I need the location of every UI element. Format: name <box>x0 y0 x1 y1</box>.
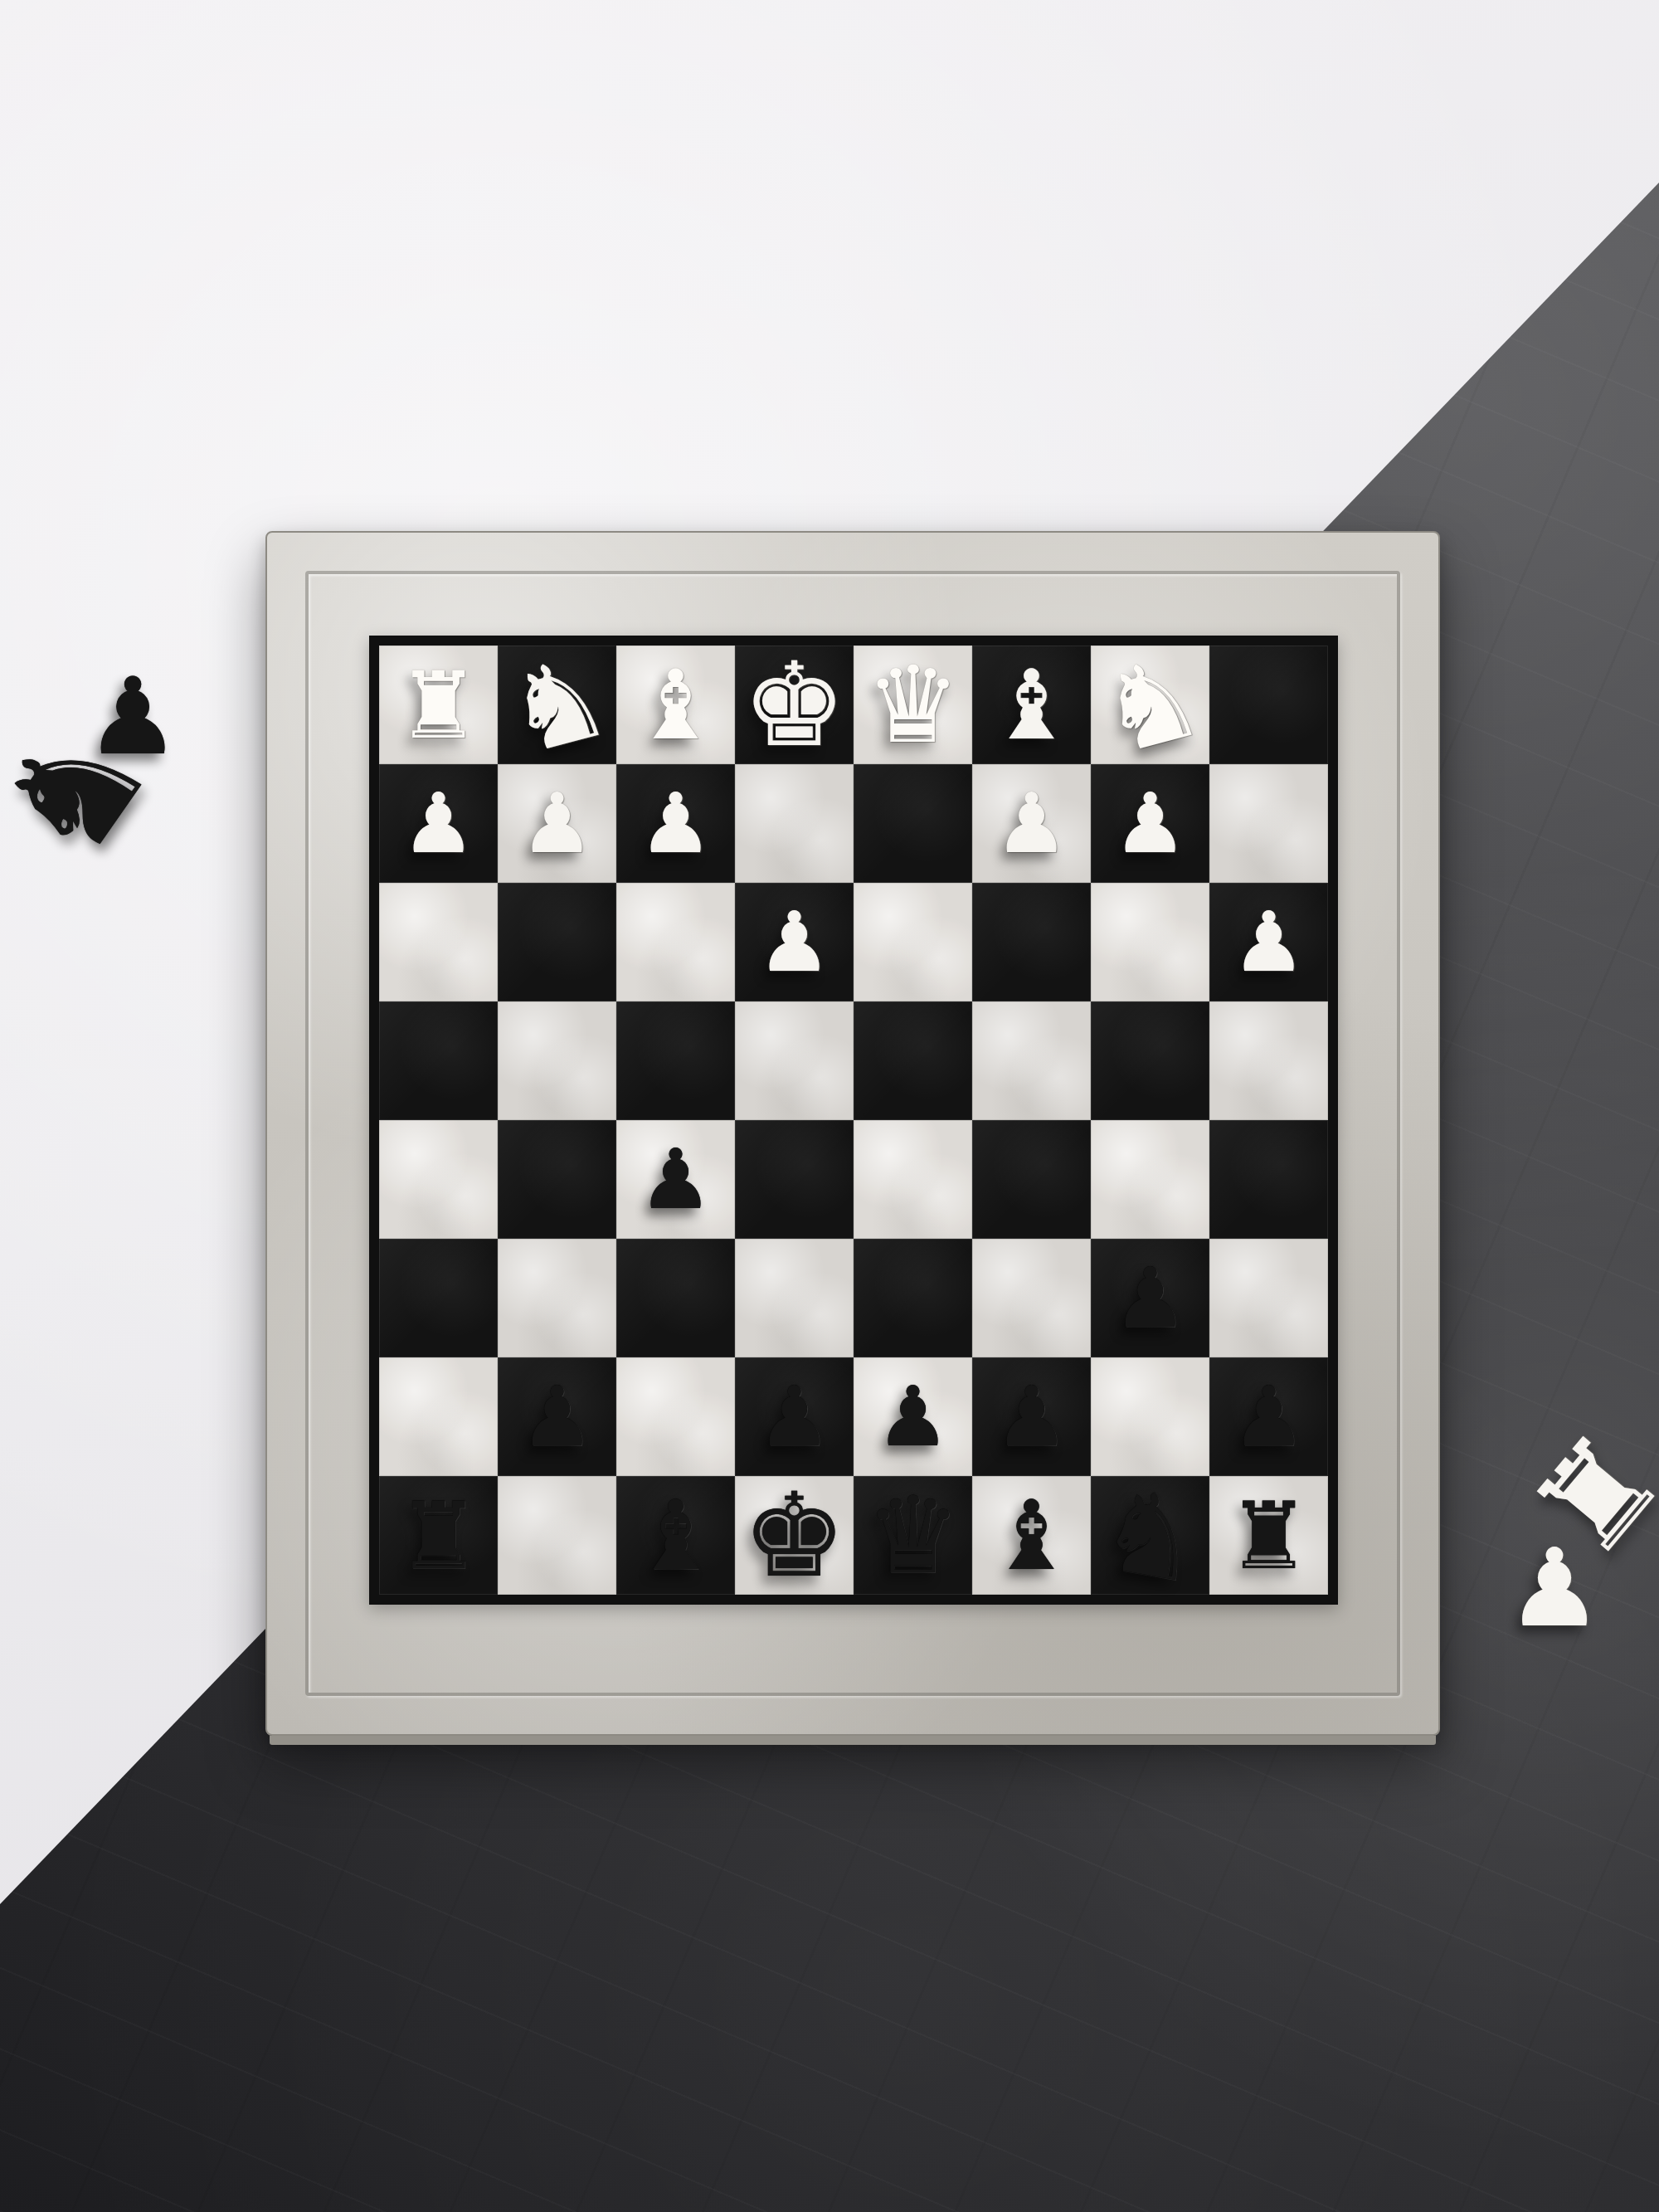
piece-black-pawn[interactable]: ♟ <box>520 1376 595 1459</box>
square-c3[interactable] <box>972 883 1091 1001</box>
piece-white-knight[interactable]: ♞ <box>494 637 620 772</box>
piece-white-pawn[interactable]: ♟ <box>639 782 713 865</box>
square-d7[interactable]: ♟ <box>854 1357 972 1476</box>
square-h5[interactable] <box>379 1120 498 1239</box>
square-c7[interactable]: ♟ <box>972 1357 1091 1476</box>
square-g3[interactable] <box>498 883 616 1001</box>
square-c2[interactable]: ♟ <box>972 764 1091 883</box>
piece-white-pawn[interactable]: ♟ <box>995 782 1069 865</box>
piece-black-pawn[interactable]: ♟ <box>876 1376 951 1459</box>
square-h3[interactable] <box>379 883 498 1001</box>
square-c6[interactable] <box>972 1239 1091 1357</box>
photo-scene: ♜♞♝♚♛♝♞♟♟♟♟♟♟♟♟♟♟♟♟♟♟♜♝♚♛♝♞♜ ♞♟♜♟ <box>0 0 1659 2212</box>
square-e4[interactable] <box>735 1001 854 1120</box>
piece-black-rook[interactable]: ♜ <box>397 1489 479 1582</box>
square-f1[interactable]: ♝ <box>616 646 735 764</box>
piece-white-pawn[interactable]: ♟ <box>401 782 476 865</box>
square-b2[interactable]: ♟ <box>1091 764 1209 883</box>
piece-black-pawn[interactable]: ♟ <box>1232 1376 1306 1459</box>
piece-white-bishop[interactable]: ♝ <box>633 657 719 753</box>
piece-white-pawn[interactable]: ♟ <box>757 901 832 984</box>
piece-white-rook[interactable]: ♜ <box>397 659 479 752</box>
piece-black-pawn[interactable]: ♟ <box>757 1376 832 1459</box>
square-d5[interactable] <box>854 1120 972 1239</box>
square-e2[interactable] <box>735 764 854 883</box>
square-d1[interactable]: ♛ <box>854 646 972 764</box>
square-a5[interactable] <box>1209 1120 1328 1239</box>
square-e7[interactable]: ♟ <box>735 1357 854 1476</box>
square-f6[interactable] <box>616 1239 735 1357</box>
square-h2[interactable]: ♟ <box>379 764 498 883</box>
piece-black-bishop[interactable]: ♝ <box>989 1488 1075 1584</box>
square-f2[interactable]: ♟ <box>616 764 735 883</box>
square-g4[interactable] <box>498 1001 616 1120</box>
piece-black-pawn[interactable]: ♟ <box>995 1376 1069 1459</box>
piece-black-knight[interactable]: ♞ <box>1091 1471 1210 1600</box>
captured-black-pawn[interactable]: ♟ <box>85 664 181 770</box>
square-e5[interactable] <box>735 1120 854 1239</box>
piece-white-king[interactable]: ♚ <box>742 647 847 763</box>
square-a4[interactable] <box>1209 1001 1328 1120</box>
square-h4[interactable] <box>379 1001 498 1120</box>
square-f8[interactable]: ♝ <box>616 1476 735 1595</box>
square-e8[interactable]: ♚ <box>735 1476 854 1595</box>
piece-white-pawn[interactable]: ♟ <box>1232 901 1306 984</box>
piece-black-bishop[interactable]: ♝ <box>633 1488 719 1584</box>
square-h8[interactable]: ♜ <box>379 1476 498 1595</box>
square-f4[interactable] <box>616 1001 735 1120</box>
square-c8[interactable]: ♝ <box>972 1476 1091 1595</box>
square-b7[interactable] <box>1091 1357 1209 1476</box>
piece-white-knight[interactable]: ♞ <box>1087 637 1214 772</box>
captured-white-pawn[interactable]: ♟ <box>1506 1534 1603 1642</box>
piece-black-queen[interactable]: ♛ <box>865 1483 961 1589</box>
piece-black-rook[interactable]: ♜ <box>1227 1489 1310 1582</box>
square-d8[interactable]: ♛ <box>854 1476 972 1595</box>
square-a6[interactable] <box>1209 1239 1328 1357</box>
square-g5[interactable] <box>498 1120 616 1239</box>
square-d2[interactable] <box>854 764 972 883</box>
square-g8[interactable] <box>498 1476 616 1595</box>
square-b4[interactable] <box>1091 1001 1209 1120</box>
square-g1[interactable]: ♞ <box>498 646 616 764</box>
square-a1[interactable] <box>1209 646 1328 764</box>
piece-black-pawn[interactable]: ♟ <box>1113 1257 1188 1340</box>
square-e1[interactable]: ♚ <box>735 646 854 764</box>
square-f3[interactable] <box>616 883 735 1001</box>
square-b3[interactable] <box>1091 883 1209 1001</box>
square-b1[interactable]: ♞ <box>1091 646 1209 764</box>
piece-white-queen[interactable]: ♛ <box>865 652 961 758</box>
square-a3[interactable]: ♟ <box>1209 883 1328 1001</box>
square-e3[interactable]: ♟ <box>735 883 854 1001</box>
square-b5[interactable] <box>1091 1120 1209 1239</box>
chessboard[interactable]: ♜♞♝♚♛♝♞♟♟♟♟♟♟♟♟♟♟♟♟♟♟♜♝♚♛♝♞♜ <box>369 636 1338 1605</box>
square-c5[interactable] <box>972 1120 1091 1239</box>
square-g2[interactable]: ♟ <box>498 764 616 883</box>
piece-white-pawn[interactable]: ♟ <box>1113 782 1188 865</box>
square-f5[interactable]: ♟ <box>616 1120 735 1239</box>
square-b6[interactable]: ♟ <box>1091 1239 1209 1357</box>
square-e6[interactable] <box>735 1239 854 1357</box>
square-b8[interactable]: ♞ <box>1091 1476 1209 1595</box>
square-c1[interactable]: ♝ <box>972 646 1091 764</box>
square-g7[interactable]: ♟ <box>498 1357 616 1476</box>
piece-black-king[interactable]: ♚ <box>742 1478 847 1594</box>
square-d4[interactable] <box>854 1001 972 1120</box>
square-a8[interactable]: ♜ <box>1209 1476 1328 1595</box>
piece-white-pawn[interactable]: ♟ <box>520 782 595 865</box>
square-h7[interactable] <box>379 1357 498 1476</box>
square-d3[interactable] <box>854 883 972 1001</box>
square-f7[interactable] <box>616 1357 735 1476</box>
square-h1[interactable]: ♜ <box>379 646 498 764</box>
piece-white-bishop[interactable]: ♝ <box>989 657 1075 753</box>
square-a2[interactable] <box>1209 764 1328 883</box>
square-a7[interactable]: ♟ <box>1209 1357 1328 1476</box>
square-c4[interactable] <box>972 1001 1091 1120</box>
square-h6[interactable] <box>379 1239 498 1357</box>
piece-black-pawn[interactable]: ♟ <box>639 1138 713 1221</box>
square-d6[interactable] <box>854 1239 972 1357</box>
square-g6[interactable] <box>498 1239 616 1357</box>
